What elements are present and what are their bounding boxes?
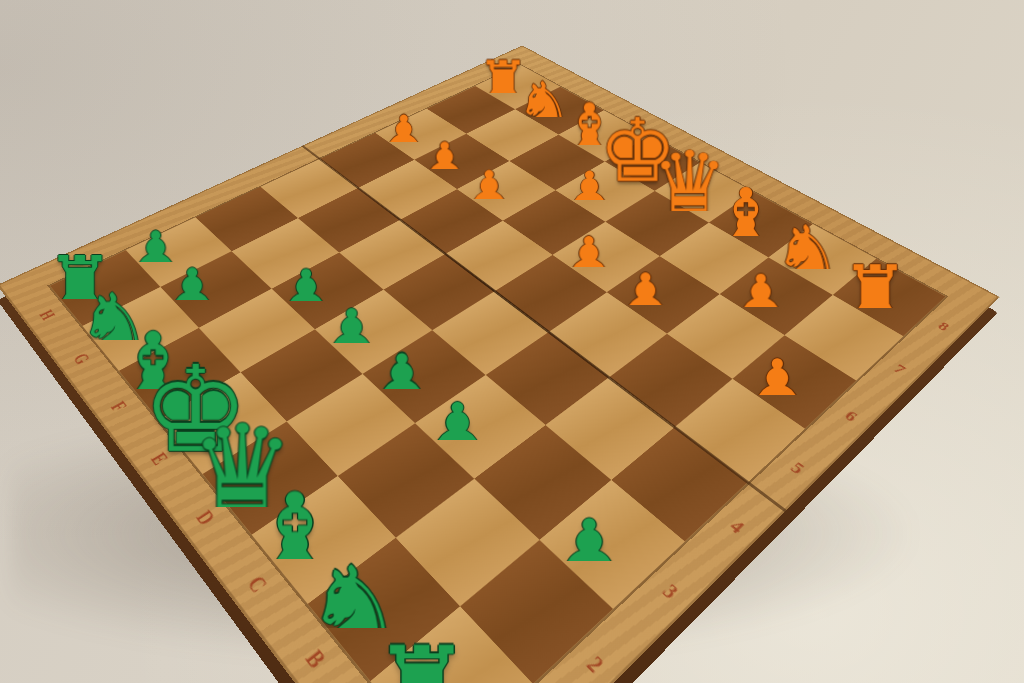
pawn-icon: ♟ <box>165 262 221 320</box>
file-label-G: G <box>69 351 94 368</box>
file-label-H: H <box>35 307 59 323</box>
chess-board-grid: ♜♞♝♚♛♝♞♜♟♟♟♟♟♟♟♟♟♟♟♟♟♟♟♜♞♝♚♛♝♞♜ <box>50 65 946 683</box>
piece-green-rook-a1[interactable]: ♜ <box>363 612 481 683</box>
pawn-icon: ♟ <box>618 268 675 326</box>
rook-icon: ♜ <box>371 636 472 683</box>
piece-orange-rook-a8[interactable]: ♜ <box>835 242 916 323</box>
piece-green-pawn-c3[interactable]: ♟ <box>411 364 504 457</box>
file-label-B: B <box>300 645 330 673</box>
board-scene: ♜♞♝♚♛♝♞♜♟♟♟♟♟♟♟♟♟♟♟♟♟♟♟♜♞♝♚♛♝♞♜ HGFEDCBA… <box>128 0 838 612</box>
rank-label-2: 2 <box>581 652 607 678</box>
piece-orange-pawn-b7[interactable]: ♟ <box>720 241 801 322</box>
photo-of-chess-board: ♜♞♝♚♛♝♞♜♟♟♟♟♟♟♟♟♟♟♟♟♟♟♟♜♞♝♚♛♝♞♜ HGFEDCBA… <box>0 0 1024 683</box>
rank-label-3: 3 <box>658 580 682 603</box>
rank-label-7: 7 <box>890 362 908 377</box>
file-label-F: F <box>106 398 131 415</box>
rank-label-5: 5 <box>786 460 807 478</box>
rank-label-4: 4 <box>726 517 748 537</box>
file-label-E: E <box>146 449 172 469</box>
file-label-D: D <box>191 507 219 530</box>
rank-label-8: 8 <box>935 320 952 334</box>
rank-label-6: 6 <box>841 408 860 424</box>
file-label-C: C <box>242 572 272 598</box>
